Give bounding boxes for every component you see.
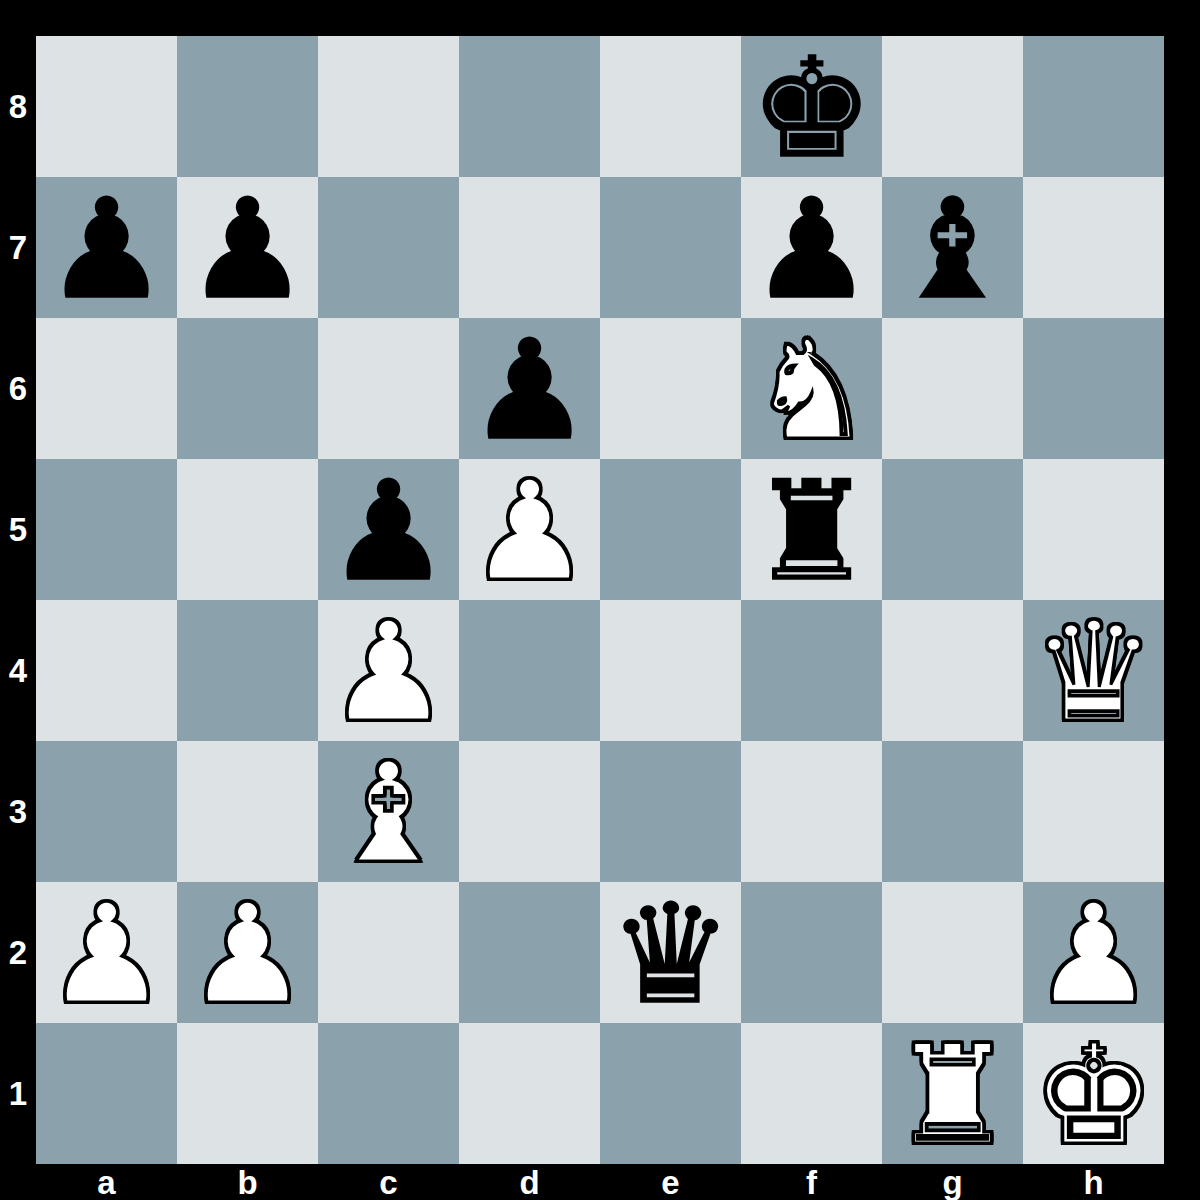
square-c7[interactable] bbox=[318, 177, 459, 318]
white-pawn-b2: ♟ bbox=[177, 882, 318, 1023]
square-a6[interactable] bbox=[36, 318, 177, 459]
square-b4[interactable] bbox=[177, 600, 318, 741]
square-b6[interactable] bbox=[177, 318, 318, 459]
black-pawn-a7: ♟ bbox=[36, 177, 177, 318]
rank-label-6: 6 bbox=[0, 318, 36, 459]
square-f3[interactable] bbox=[741, 741, 882, 882]
square-g5[interactable] bbox=[882, 459, 1023, 600]
square-a7[interactable]: ♟ bbox=[36, 177, 177, 318]
square-f6[interactable]: ♞ bbox=[741, 318, 882, 459]
square-g8[interactable] bbox=[882, 36, 1023, 177]
white-knight-f6: ♞ bbox=[741, 318, 882, 459]
square-b5[interactable] bbox=[177, 459, 318, 600]
square-f8[interactable]: ♚ bbox=[741, 36, 882, 177]
square-b3[interactable] bbox=[177, 741, 318, 882]
square-d6[interactable]: ♟ bbox=[459, 318, 600, 459]
file-labels: abcdefgh bbox=[36, 1164, 1164, 1200]
square-e2[interactable]: ♛ bbox=[600, 882, 741, 1023]
rank-label-5: 5 bbox=[0, 459, 36, 600]
square-e7[interactable] bbox=[600, 177, 741, 318]
square-g1[interactable]: ♜ bbox=[882, 1023, 1023, 1164]
white-pawn-c4: ♟ bbox=[318, 600, 459, 741]
file-label-f: f bbox=[741, 1164, 882, 1200]
black-pawn-d6: ♟ bbox=[459, 318, 600, 459]
black-bishop-g7: ♝ bbox=[882, 177, 1023, 318]
square-e1[interactable] bbox=[600, 1023, 741, 1164]
square-c8[interactable] bbox=[318, 36, 459, 177]
rank-label-8: 8 bbox=[0, 36, 36, 177]
square-e8[interactable] bbox=[600, 36, 741, 177]
square-c4[interactable]: ♟ bbox=[318, 600, 459, 741]
file-label-d: d bbox=[459, 1164, 600, 1200]
square-a4[interactable] bbox=[36, 600, 177, 741]
square-e3[interactable] bbox=[600, 741, 741, 882]
black-pawn-f7: ♟ bbox=[741, 177, 882, 318]
rank-label-4: 4 bbox=[0, 600, 36, 741]
white-king-h1: ♚ bbox=[1023, 1023, 1164, 1164]
white-rook-g1: ♜ bbox=[882, 1023, 1023, 1164]
square-e6[interactable] bbox=[600, 318, 741, 459]
square-g4[interactable] bbox=[882, 600, 1023, 741]
square-f5[interactable]: ♜ bbox=[741, 459, 882, 600]
square-b7[interactable]: ♟ bbox=[177, 177, 318, 318]
square-e5[interactable] bbox=[600, 459, 741, 600]
square-b8[interactable] bbox=[177, 36, 318, 177]
square-c1[interactable] bbox=[318, 1023, 459, 1164]
square-c5[interactable]: ♟ bbox=[318, 459, 459, 600]
square-d5[interactable]: ♟ bbox=[459, 459, 600, 600]
square-h7[interactable] bbox=[1023, 177, 1164, 318]
square-h5[interactable] bbox=[1023, 459, 1164, 600]
file-label-c: c bbox=[318, 1164, 459, 1200]
square-f1[interactable] bbox=[741, 1023, 882, 1164]
square-e4[interactable] bbox=[600, 600, 741, 741]
square-a2[interactable]: ♟ bbox=[36, 882, 177, 1023]
square-h6[interactable] bbox=[1023, 318, 1164, 459]
rank-label-7: 7 bbox=[0, 177, 36, 318]
square-f7[interactable]: ♟ bbox=[741, 177, 882, 318]
file-label-a: a bbox=[36, 1164, 177, 1200]
white-pawn-a2: ♟ bbox=[36, 882, 177, 1023]
chess-board: ♚♟♟♟♝♟♞♟♟♜♟♛♝♟♟♛♟♜♚ bbox=[36, 36, 1164, 1164]
black-queen-e2: ♛ bbox=[600, 882, 741, 1023]
rank-label-1: 1 bbox=[0, 1023, 36, 1164]
square-d8[interactable] bbox=[459, 36, 600, 177]
square-h8[interactable] bbox=[1023, 36, 1164, 177]
square-b1[interactable] bbox=[177, 1023, 318, 1164]
white-bishop-c3: ♝ bbox=[318, 741, 459, 882]
white-pawn-d5: ♟ bbox=[459, 459, 600, 600]
square-g6[interactable] bbox=[882, 318, 1023, 459]
file-label-b: b bbox=[177, 1164, 318, 1200]
square-g3[interactable] bbox=[882, 741, 1023, 882]
square-b2[interactable]: ♟ bbox=[177, 882, 318, 1023]
square-d4[interactable] bbox=[459, 600, 600, 741]
file-label-g: g bbox=[882, 1164, 1023, 1200]
square-c2[interactable] bbox=[318, 882, 459, 1023]
square-g2[interactable] bbox=[882, 882, 1023, 1023]
square-h3[interactable] bbox=[1023, 741, 1164, 882]
square-h1[interactable]: ♚ bbox=[1023, 1023, 1164, 1164]
square-g7[interactable]: ♝ bbox=[882, 177, 1023, 318]
black-rook-f5: ♜ bbox=[741, 459, 882, 600]
rank-labels: 87654321 bbox=[0, 36, 36, 1164]
square-c6[interactable] bbox=[318, 318, 459, 459]
square-d3[interactable] bbox=[459, 741, 600, 882]
square-h4[interactable]: ♛ bbox=[1023, 600, 1164, 741]
square-c3[interactable]: ♝ bbox=[318, 741, 459, 882]
black-king-f8: ♚ bbox=[741, 36, 882, 177]
white-queen-h4: ♛ bbox=[1023, 600, 1164, 741]
square-d7[interactable] bbox=[459, 177, 600, 318]
square-d2[interactable] bbox=[459, 882, 600, 1023]
square-f2[interactable] bbox=[741, 882, 882, 1023]
square-a5[interactable] bbox=[36, 459, 177, 600]
square-a8[interactable] bbox=[36, 36, 177, 177]
file-label-e: e bbox=[600, 1164, 741, 1200]
chess-board-frame: 87654321 ♚♟♟♟♝♟♞♟♟♜♟♛♝♟♟♛♟♜♚ abcdefgh bbox=[0, 0, 1200, 1200]
rank-label-2: 2 bbox=[0, 882, 36, 1023]
square-a1[interactable] bbox=[36, 1023, 177, 1164]
square-f4[interactable] bbox=[741, 600, 882, 741]
rank-label-3: 3 bbox=[0, 741, 36, 882]
black-pawn-b7: ♟ bbox=[177, 177, 318, 318]
black-pawn-c5: ♟ bbox=[318, 459, 459, 600]
square-h2[interactable]: ♟ bbox=[1023, 882, 1164, 1023]
square-d1[interactable] bbox=[459, 1023, 600, 1164]
white-pawn-h2: ♟ bbox=[1023, 882, 1164, 1023]
square-a3[interactable] bbox=[36, 741, 177, 882]
file-label-h: h bbox=[1023, 1164, 1164, 1200]
